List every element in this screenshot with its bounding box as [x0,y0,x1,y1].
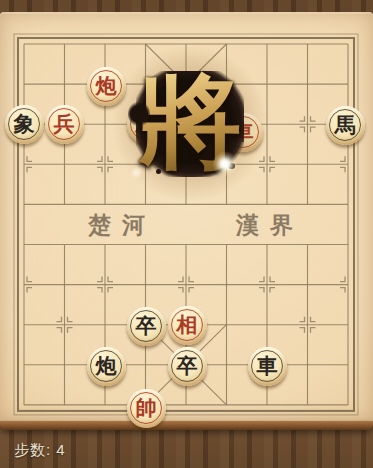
piece-character: 炮 [96,355,117,376]
piece-character: 將 [177,113,198,134]
piece-character: 兵 [54,113,75,134]
piece-character: 車 [233,121,254,142]
piece-black-車[interactable]: 車 [248,347,287,386]
piece-character: 卒 [136,315,157,336]
status-bar: 步数:4 [14,441,66,460]
piece-black-卒[interactable]: 卒 [127,307,166,346]
piece-black-象[interactable]: 象 [5,105,44,144]
piece-character: 象 [14,113,35,134]
piece-black-卒[interactable]: 卒 [168,347,207,386]
piece-character: 馬 [335,114,356,135]
piece-red-兵[interactable]: 兵 [45,105,84,144]
piece-red-馬[interactable]: 馬 [127,105,166,144]
step-counter-label: 步数: [14,441,51,458]
piece-black-馬[interactable]: 馬 [326,106,365,145]
piece-red-車[interactable]: 車 [224,113,263,152]
board-bottom-edge [0,421,373,430]
piece-red-炮[interactable]: 炮 [87,67,126,106]
piece-character: 帥 [136,397,157,418]
step-counter-value: 4 [56,441,65,458]
piece-character: 卒 [177,355,198,376]
piece-red-相[interactable]: 相 [168,306,207,345]
piece-character: 相 [177,314,198,335]
piece-red-帥[interactable]: 帥 [127,389,166,428]
xiangqi-board[interactable]: 楚河 漢界 炮象兵馬將車馬卒相炮卒車帥 將 [0,12,373,421]
piece-character: 炮 [96,75,117,96]
piece-character: 車 [257,355,278,376]
pieces-layer: 炮象兵馬將車馬卒相炮卒車帥 [0,12,373,421]
piece-character: 馬 [136,113,157,134]
piece-black-炮[interactable]: 炮 [87,347,126,386]
piece-black-將[interactable]: 將 [168,105,207,144]
